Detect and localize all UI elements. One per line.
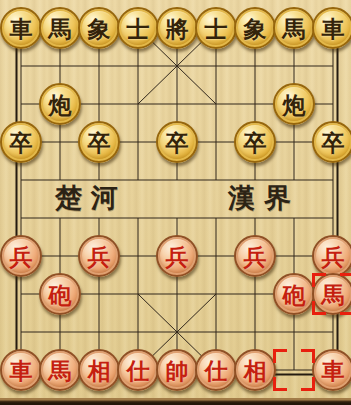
piece-black-advisor[interactable]: 士 (117, 7, 159, 49)
piece-black-cannon[interactable]: 炮 (39, 83, 81, 125)
piece-black-general[interactable]: 將 (156, 7, 198, 49)
piece-red-advisor[interactable]: 仕 (117, 349, 159, 391)
piece-red-horse[interactable]: 馬 (39, 349, 81, 391)
piece-red-cannon[interactable]: 砲 (39, 273, 81, 315)
piece-red-soldier[interactable]: 兵 (78, 235, 120, 277)
piece-black-elephant[interactable]: 象 (234, 7, 276, 49)
piece-black-soldier[interactable]: 卒 (0, 121, 42, 163)
piece-black-advisor[interactable]: 士 (195, 7, 237, 49)
piece-red-soldier[interactable]: 兵 (234, 235, 276, 277)
piece-black-horse[interactable]: 馬 (39, 7, 81, 49)
piece-black-soldier[interactable]: 卒 (234, 121, 276, 163)
piece-red-cannon[interactable]: 砲 (273, 273, 315, 315)
piece-black-soldier[interactable]: 卒 (156, 121, 198, 163)
marker-corner-br (301, 377, 315, 391)
piece-black-chariot[interactable]: 車 (312, 7, 351, 49)
piece-red-soldier[interactable]: 兵 (156, 235, 198, 277)
piece-red-general[interactable]: 帥 (156, 349, 198, 391)
piece-black-chariot[interactable]: 車 (0, 7, 42, 49)
piece-red-horse[interactable]: 馬 (312, 273, 351, 315)
piece-grid: 車馬象士將士象馬車炮炮卒卒卒卒卒兵兵兵兵兵砲砲馬車馬相仕帥仕相車 (2, 9, 351, 389)
board-bottom-edge (0, 398, 351, 405)
piece-black-horse[interactable]: 馬 (273, 7, 315, 49)
piece-red-soldier[interactable]: 兵 (312, 235, 351, 277)
piece-black-cannon[interactable]: 炮 (273, 83, 315, 125)
piece-red-elephant[interactable]: 相 (78, 349, 120, 391)
marker-corner-tl (273, 349, 287, 363)
piece-black-elephant[interactable]: 象 (78, 7, 120, 49)
piece-black-soldier[interactable]: 卒 (78, 121, 120, 163)
piece-red-chariot[interactable]: 車 (0, 349, 42, 391)
piece-red-soldier[interactable]: 兵 (0, 235, 42, 277)
piece-red-chariot[interactable]: 車 (312, 349, 351, 391)
piece-red-elephant[interactable]: 相 (234, 349, 276, 391)
piece-red-advisor[interactable]: 仕 (195, 349, 237, 391)
marker-corner-bl (273, 377, 287, 391)
last-move-from-marker (273, 349, 315, 391)
xiangqi-board: 楚河 漢界 車馬象士將士象馬車炮炮卒卒卒卒卒兵兵兵兵兵砲砲馬車馬相仕帥仕相車 (0, 0, 351, 405)
piece-black-soldier[interactable]: 卒 (312, 121, 351, 163)
